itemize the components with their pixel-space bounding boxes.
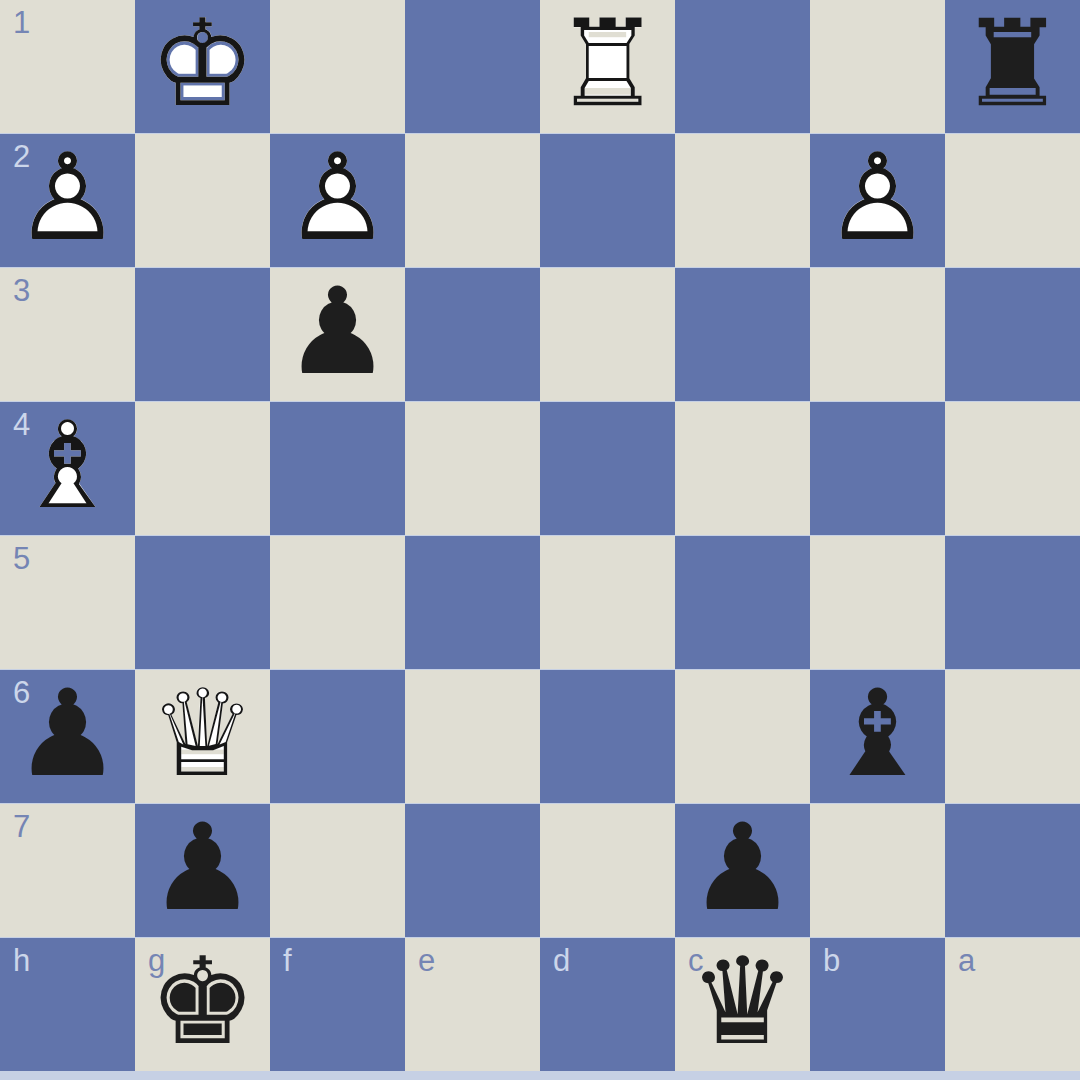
black-king-glyph: ♚ xyxy=(135,938,270,1071)
square-h8[interactable]: h xyxy=(0,938,135,1071)
square-f4[interactable] xyxy=(270,402,405,535)
square-g2[interactable] xyxy=(135,134,270,267)
piece-white-pawn[interactable]: ♟♙ xyxy=(270,134,405,267)
rank-label-5: 5 xyxy=(13,543,30,574)
file-label-b: b xyxy=(823,945,840,976)
square-h1[interactable]: 1 xyxy=(0,0,135,133)
file-label-e: e xyxy=(418,945,435,976)
square-a2[interactable] xyxy=(945,134,1080,267)
square-h4[interactable]: 4♝♗ xyxy=(0,402,135,535)
square-a7[interactable] xyxy=(945,804,1080,937)
square-c5[interactable] xyxy=(675,536,810,669)
piece-white-pawn[interactable]: ♟♙ xyxy=(0,134,135,267)
square-b5[interactable] xyxy=(810,536,945,669)
square-d6[interactable] xyxy=(540,670,675,803)
square-f2[interactable]: ♟♙ xyxy=(270,134,405,267)
square-h2[interactable]: 2♟♙ xyxy=(0,134,135,267)
square-e1[interactable] xyxy=(405,0,540,133)
rank-label-3: 3 xyxy=(13,275,30,306)
piece-black-pawn[interactable]: ♟ xyxy=(270,268,405,401)
square-a1[interactable]: ♜ xyxy=(945,0,1080,133)
square-f5[interactable] xyxy=(270,536,405,669)
square-b1[interactable] xyxy=(810,0,945,133)
square-c3[interactable] xyxy=(675,268,810,401)
square-g7[interactable]: ♟ xyxy=(135,804,270,937)
square-c8[interactable]: c♛ xyxy=(675,938,810,1071)
square-b8[interactable]: b xyxy=(810,938,945,1071)
black-rook-glyph: ♜ xyxy=(945,0,1080,133)
square-h3[interactable]: 3 xyxy=(0,268,135,401)
file-label-a: a xyxy=(958,945,975,976)
square-h5[interactable]: 5 xyxy=(0,536,135,669)
piece-black-rook[interactable]: ♜ xyxy=(945,0,1080,133)
white-rook-outline: ♖ xyxy=(540,0,675,133)
square-e4[interactable] xyxy=(405,402,540,535)
square-f3[interactable]: ♟ xyxy=(270,268,405,401)
piece-white-king[interactable]: ♚♔ xyxy=(135,0,270,133)
square-c2[interactable] xyxy=(675,134,810,267)
chess-app-stage: 1♚♔♜♖♜2♟♙♟♙♟♙3♟4♝♗56♟♛♕♝7♟♟hg♚fedc♛ba xyxy=(0,0,1080,1080)
white-king-outline: ♔ xyxy=(135,0,270,133)
rank-label-7: 7 xyxy=(13,811,30,842)
square-a6[interactable] xyxy=(945,670,1080,803)
white-pawn-outline: ♙ xyxy=(0,134,135,267)
black-queen-glyph: ♛ xyxy=(675,938,810,1071)
square-d4[interactable] xyxy=(540,402,675,535)
piece-white-rook[interactable]: ♜♖ xyxy=(540,0,675,133)
square-c6[interactable] xyxy=(675,670,810,803)
square-a4[interactable] xyxy=(945,402,1080,535)
square-d5[interactable] xyxy=(540,536,675,669)
square-f6[interactable] xyxy=(270,670,405,803)
square-c1[interactable] xyxy=(675,0,810,133)
square-e7[interactable] xyxy=(405,804,540,937)
white-queen-outline: ♕ xyxy=(135,670,270,803)
square-d7[interactable] xyxy=(540,804,675,937)
square-e2[interactable] xyxy=(405,134,540,267)
square-e3[interactable] xyxy=(405,268,540,401)
piece-white-queen[interactable]: ♛♕ xyxy=(135,670,270,803)
square-g6[interactable]: ♛♕ xyxy=(135,670,270,803)
square-g5[interactable] xyxy=(135,536,270,669)
square-e5[interactable] xyxy=(405,536,540,669)
black-pawn-glyph: ♟ xyxy=(0,670,135,803)
square-f8[interactable]: f xyxy=(270,938,405,1071)
square-g3[interactable] xyxy=(135,268,270,401)
square-b6[interactable]: ♝ xyxy=(810,670,945,803)
square-e8[interactable]: e xyxy=(405,938,540,1071)
square-h7[interactable]: 7 xyxy=(0,804,135,937)
rank-label-1: 1 xyxy=(13,7,30,38)
black-pawn-glyph: ♟ xyxy=(270,268,405,401)
square-d3[interactable] xyxy=(540,268,675,401)
piece-white-bishop[interactable]: ♝♗ xyxy=(0,402,135,535)
square-b3[interactable] xyxy=(810,268,945,401)
piece-black-pawn[interactable]: ♟ xyxy=(135,804,270,937)
square-b2[interactable]: ♟♙ xyxy=(810,134,945,267)
chess-board: 1♚♔♜♖♜2♟♙♟♙♟♙3♟4♝♗56♟♛♕♝7♟♟hg♚fedc♛ba xyxy=(0,0,1080,1071)
square-a3[interactable] xyxy=(945,268,1080,401)
square-g1[interactable]: ♚♔ xyxy=(135,0,270,133)
square-c4[interactable] xyxy=(675,402,810,535)
square-h6[interactable]: 6♟ xyxy=(0,670,135,803)
square-c7[interactable]: ♟ xyxy=(675,804,810,937)
piece-black-king[interactable]: ♚ xyxy=(135,938,270,1071)
piece-black-pawn[interactable]: ♟ xyxy=(675,804,810,937)
square-a8[interactable]: a xyxy=(945,938,1080,1071)
white-bishop-outline: ♗ xyxy=(0,402,135,535)
white-pawn-outline: ♙ xyxy=(810,134,945,267)
square-f7[interactable] xyxy=(270,804,405,937)
square-f1[interactable] xyxy=(270,0,405,133)
white-pawn-outline: ♙ xyxy=(270,134,405,267)
square-d2[interactable] xyxy=(540,134,675,267)
square-e6[interactable] xyxy=(405,670,540,803)
black-pawn-glyph: ♟ xyxy=(675,804,810,937)
file-label-h: h xyxy=(13,945,30,976)
black-bishop-glyph: ♝ xyxy=(810,670,945,803)
file-label-f: f xyxy=(283,945,292,976)
square-d8[interactable]: d xyxy=(540,938,675,1071)
square-g4[interactable] xyxy=(135,402,270,535)
square-b7[interactable] xyxy=(810,804,945,937)
square-g8[interactable]: g♚ xyxy=(135,938,270,1071)
piece-black-queen[interactable]: ♛ xyxy=(675,938,810,1071)
piece-black-pawn[interactable]: ♟ xyxy=(0,670,135,803)
square-a5[interactable] xyxy=(945,536,1080,669)
square-b4[interactable] xyxy=(810,402,945,535)
black-pawn-glyph: ♟ xyxy=(135,804,270,937)
piece-white-pawn[interactable]: ♟♙ xyxy=(810,134,945,267)
piece-black-bishop[interactable]: ♝ xyxy=(810,670,945,803)
file-label-d: d xyxy=(553,945,570,976)
square-d1[interactable]: ♜♖ xyxy=(540,0,675,133)
